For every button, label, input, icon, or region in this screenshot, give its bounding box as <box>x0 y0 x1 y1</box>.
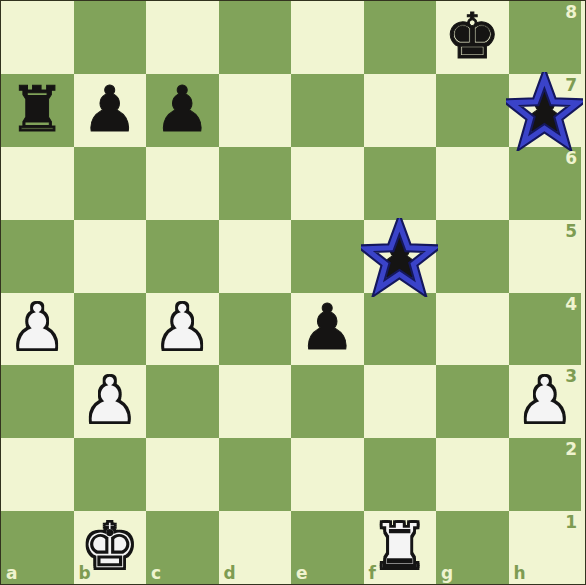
file-label-a: a <box>6 565 17 582</box>
square-b4[interactable] <box>74 293 147 366</box>
square-g6[interactable] <box>436 147 509 220</box>
rank-label-3: 3 <box>565 368 577 385</box>
square-c7[interactable]: ♟ <box>146 74 219 147</box>
board-right-margin <box>581 1 585 585</box>
file-label-b: b <box>79 565 91 582</box>
square-g8[interactable]: ♚ <box>436 1 509 74</box>
square-a1[interactable]: a <box>1 511 74 584</box>
square-f5[interactable]: ♟ <box>364 220 437 293</box>
white-rook-f1: ♜ <box>364 510 437 583</box>
square-h5[interactable]: 5 <box>509 220 582 293</box>
square-d4[interactable] <box>219 293 292 366</box>
square-e1[interactable]: e <box>291 511 364 584</box>
square-g3[interactable] <box>436 365 509 438</box>
file-label-f: f <box>369 565 376 582</box>
file-label-d: d <box>224 565 236 582</box>
square-e2[interactable] <box>291 438 364 511</box>
square-b8[interactable] <box>74 1 147 74</box>
square-g2[interactable] <box>436 438 509 511</box>
square-c5[interactable] <box>146 220 219 293</box>
square-c3[interactable] <box>146 365 219 438</box>
square-e8[interactable] <box>291 1 364 74</box>
square-g1[interactable]: g <box>436 511 509 584</box>
square-g7[interactable] <box>436 74 509 147</box>
square-d7[interactable] <box>219 74 292 147</box>
square-c2[interactable] <box>146 438 219 511</box>
square-g4[interactable] <box>436 293 509 366</box>
square-f3[interactable] <box>364 365 437 438</box>
rank-label-5: 5 <box>565 223 577 240</box>
square-h4[interactable]: 4 <box>509 293 582 366</box>
square-c8[interactable] <box>146 1 219 74</box>
white-pawn-h3: ♟ <box>509 364 582 437</box>
square-h3[interactable]: ♟3 <box>509 365 582 438</box>
rank-label-4: 4 <box>565 296 577 313</box>
star-marker-icon <box>361 218 438 297</box>
black-pawn-c7: ♟ <box>146 73 219 146</box>
square-f4[interactable] <box>364 293 437 366</box>
black-pawn-b7: ♟ <box>74 73 147 146</box>
square-c4[interactable]: ♟ <box>146 293 219 366</box>
square-d3[interactable] <box>219 365 292 438</box>
square-g5[interactable] <box>436 220 509 293</box>
square-a5[interactable] <box>1 220 74 293</box>
rank-label-2: 2 <box>565 441 577 458</box>
square-e6[interactable] <box>291 147 364 220</box>
white-pawn-b3: ♟ <box>74 364 147 437</box>
star-marker-icon <box>506 72 583 151</box>
square-a8[interactable] <box>1 1 74 74</box>
square-a3[interactable] <box>1 365 74 438</box>
square-e4[interactable]: ♟ <box>291 293 364 366</box>
square-b6[interactable] <box>74 147 147 220</box>
square-f7[interactable] <box>364 74 437 147</box>
square-b7[interactable]: ♟ <box>74 74 147 147</box>
square-d5[interactable] <box>219 220 292 293</box>
square-h8[interactable]: 8 <box>509 1 582 74</box>
square-f1[interactable]: ♜f <box>364 511 437 584</box>
file-label-g: g <box>441 565 453 582</box>
square-h1[interactable]: 1h <box>509 511 582 584</box>
chess-board-screenshot: ♚8♜♟♟♟76♟5♟♟♟4♟♟32a♚bcde♜fg1h <box>0 0 586 585</box>
square-h2[interactable]: 2 <box>509 438 582 511</box>
square-e7[interactable] <box>291 74 364 147</box>
square-h6[interactable]: 6 <box>509 147 582 220</box>
square-e5[interactable] <box>291 220 364 293</box>
square-c1[interactable]: c <box>146 511 219 584</box>
square-b5[interactable] <box>74 220 147 293</box>
white-pawn-a4: ♟ <box>1 292 74 365</box>
chess-board: ♚8♜♟♟♟76♟5♟♟♟4♟♟32a♚bcde♜fg1h <box>1 1 583 584</box>
file-label-e: e <box>296 565 308 582</box>
square-f6[interactable] <box>364 147 437 220</box>
square-a4[interactable]: ♟ <box>1 293 74 366</box>
square-f2[interactable] <box>364 438 437 511</box>
square-b3[interactable]: ♟ <box>74 365 147 438</box>
square-d6[interactable] <box>219 147 292 220</box>
square-e3[interactable] <box>291 365 364 438</box>
rank-label-7: 7 <box>565 77 577 94</box>
square-d2[interactable] <box>219 438 292 511</box>
black-king-g8: ♚ <box>436 0 509 73</box>
black-pawn-e4: ♟ <box>291 292 364 365</box>
file-label-c: c <box>151 565 161 582</box>
square-f8[interactable] <box>364 1 437 74</box>
white-king-b1: ♚ <box>74 510 147 583</box>
rank-label-8: 8 <box>565 4 577 21</box>
white-pawn-c4: ♟ <box>146 292 219 365</box>
black-pawn-h7: ♟ <box>509 73 582 146</box>
square-a2[interactable] <box>1 438 74 511</box>
square-a6[interactable] <box>1 147 74 220</box>
square-a7[interactable]: ♜ <box>1 74 74 147</box>
black-rook-a7: ♜ <box>1 73 74 146</box>
square-h7[interactable]: ♟7 <box>509 74 582 147</box>
rank-label-1: 1 <box>565 514 577 531</box>
black-pawn-f5: ♟ <box>364 219 437 292</box>
square-b1[interactable]: ♚b <box>74 511 147 584</box>
square-b2[interactable] <box>74 438 147 511</box>
square-c6[interactable] <box>146 147 219 220</box>
square-d1[interactable]: d <box>219 511 292 584</box>
file-label-h: h <box>514 565 526 582</box>
rank-label-6: 6 <box>565 150 577 167</box>
square-d8[interactable] <box>219 1 292 74</box>
